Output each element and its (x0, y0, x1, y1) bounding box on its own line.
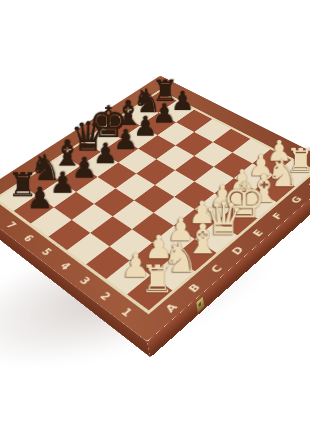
chess-board: ABCDEFGH 87654321 ♜♞♝♛♚♝♞♜♟♟♟♟♟♟♟♟♟♟♟♟♟♟… (0, 76, 310, 342)
brass-clasp-icon (195, 295, 205, 314)
rank-label-1: 1 (119, 305, 135, 318)
black-pawn-piece: ♟ (26, 184, 53, 214)
black-pawn-piece: ♟ (49, 169, 75, 198)
white-rook-piece: ♜ (140, 260, 174, 298)
rank-label-2: 2 (98, 290, 113, 302)
pieces-layer: ♜♞♝♛♚♝♞♜♟♟♟♟♟♟♟♟♟♟♟♟♟♟♟♟♜♞♝♛♚♝♞♜ (0, 92, 310, 311)
chess-set-photo: ABCDEFGH 87654321 ♜♞♝♛♚♝♞♜♟♟♟♟♟♟♟♟♟♟♟♟♟♟… (0, 0, 310, 430)
rank-label-5: 5 (39, 246, 54, 257)
scene: ABCDEFGH 87654321 ♜♞♝♛♚♝♞♜♟♟♟♟♟♟♟♟♟♟♟♟♟♟… (0, 0, 310, 430)
rank-label-3: 3 (77, 275, 92, 287)
rank-label-6: 6 (21, 233, 35, 243)
rank-label-7: 7 (4, 220, 18, 230)
